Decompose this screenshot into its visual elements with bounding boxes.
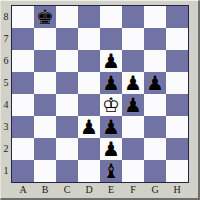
square-e1[interactable]: ♝ bbox=[100, 160, 122, 182]
file-label-e: E bbox=[100, 184, 122, 198]
file-label-b: B bbox=[34, 184, 56, 198]
file-label-h: H bbox=[166, 184, 188, 198]
black-pawn[interactable]: ♟ bbox=[122, 72, 144, 94]
black-pawn[interactable]: ♟ bbox=[100, 72, 122, 94]
square-a5[interactable] bbox=[12, 72, 34, 94]
square-h6[interactable] bbox=[166, 50, 188, 72]
square-c6[interactable] bbox=[56, 50, 78, 72]
square-h2[interactable] bbox=[166, 138, 188, 160]
black-bishop[interactable]: ♝ bbox=[100, 160, 122, 182]
square-c8[interactable] bbox=[56, 6, 78, 28]
square-f2[interactable] bbox=[122, 138, 144, 160]
square-e5[interactable]: ♟ bbox=[100, 72, 122, 94]
file-label-c: C bbox=[56, 184, 78, 198]
square-d2[interactable] bbox=[78, 138, 100, 160]
square-f1[interactable] bbox=[122, 160, 144, 182]
square-c1[interactable] bbox=[56, 160, 78, 182]
square-h8[interactable] bbox=[166, 6, 188, 28]
square-b8[interactable]: ♚ bbox=[34, 6, 56, 28]
square-g3[interactable] bbox=[144, 116, 166, 138]
square-c2[interactable] bbox=[56, 138, 78, 160]
square-b5[interactable] bbox=[34, 72, 56, 94]
square-b4[interactable] bbox=[34, 94, 56, 116]
square-e7[interactable] bbox=[100, 28, 122, 50]
rank-label-4: 4 bbox=[1, 94, 11, 116]
square-g2[interactable] bbox=[144, 138, 166, 160]
square-b1[interactable] bbox=[34, 160, 56, 182]
square-h7[interactable] bbox=[166, 28, 188, 50]
square-a4[interactable] bbox=[12, 94, 34, 116]
square-g4[interactable] bbox=[144, 94, 166, 116]
rank-labels: 87654321 bbox=[1, 6, 11, 182]
square-f8[interactable] bbox=[122, 6, 144, 28]
square-c3[interactable] bbox=[56, 116, 78, 138]
square-a7[interactable] bbox=[12, 28, 34, 50]
file-label-g: G bbox=[144, 184, 166, 198]
square-d6[interactable] bbox=[78, 50, 100, 72]
square-a1[interactable] bbox=[12, 160, 34, 182]
square-g1[interactable] bbox=[144, 160, 166, 182]
rank-label-7: 7 bbox=[1, 28, 11, 50]
black-pawn[interactable]: ♟ bbox=[100, 50, 122, 72]
black-pawn[interactable]: ♟ bbox=[78, 116, 100, 138]
square-h1[interactable] bbox=[166, 160, 188, 182]
square-e8[interactable] bbox=[100, 6, 122, 28]
square-b6[interactable] bbox=[34, 50, 56, 72]
square-e4[interactable]: ♔ bbox=[100, 94, 122, 116]
square-f7[interactable] bbox=[122, 28, 144, 50]
square-d4[interactable] bbox=[78, 94, 100, 116]
square-f6[interactable] bbox=[122, 50, 144, 72]
rank-label-5: 5 bbox=[1, 72, 11, 94]
square-h5[interactable] bbox=[166, 72, 188, 94]
square-d7[interactable] bbox=[78, 28, 100, 50]
square-a3[interactable] bbox=[12, 116, 34, 138]
rank-label-3: 3 bbox=[1, 116, 11, 138]
black-pawn[interactable]: ♟ bbox=[100, 138, 122, 160]
rank-label-6: 6 bbox=[1, 50, 11, 72]
rank-label-8: 8 bbox=[1, 6, 11, 28]
rank-label-2: 2 bbox=[1, 138, 11, 160]
square-c5[interactable] bbox=[56, 72, 78, 94]
square-g8[interactable] bbox=[144, 6, 166, 28]
file-label-d: D bbox=[78, 184, 100, 198]
square-d1[interactable] bbox=[78, 160, 100, 182]
square-a2[interactable] bbox=[12, 138, 34, 160]
square-a6[interactable] bbox=[12, 50, 34, 72]
square-b7[interactable] bbox=[34, 28, 56, 50]
square-e3[interactable]: ♟ bbox=[100, 116, 122, 138]
square-f4[interactable]: ♟ bbox=[122, 94, 144, 116]
square-h4[interactable] bbox=[166, 94, 188, 116]
square-b2[interactable] bbox=[34, 138, 56, 160]
black-pawn[interactable]: ♟ bbox=[144, 72, 166, 94]
white-king[interactable]: ♔ bbox=[100, 94, 122, 116]
square-g6[interactable] bbox=[144, 50, 166, 72]
square-g5[interactable]: ♟ bbox=[144, 72, 166, 94]
square-h3[interactable] bbox=[166, 116, 188, 138]
square-c7[interactable] bbox=[56, 28, 78, 50]
square-d3[interactable]: ♟ bbox=[78, 116, 100, 138]
square-g7[interactable] bbox=[144, 28, 166, 50]
black-pawn[interactable]: ♟ bbox=[100, 116, 122, 138]
square-c4[interactable] bbox=[56, 94, 78, 116]
square-e6[interactable]: ♟ bbox=[100, 50, 122, 72]
square-f5[interactable]: ♟ bbox=[122, 72, 144, 94]
file-label-f: F bbox=[122, 184, 144, 198]
square-a8[interactable] bbox=[12, 6, 34, 28]
file-labels: ABCDEFGH bbox=[12, 184, 188, 198]
square-e2[interactable]: ♟ bbox=[100, 138, 122, 160]
rank-label-1: 1 bbox=[1, 160, 11, 182]
black-king[interactable]: ♚ bbox=[34, 6, 56, 28]
black-pawn[interactable]: ♟ bbox=[122, 94, 144, 116]
chessboard: ♚♟♟♟♟♔♟♟♟♟♝ bbox=[11, 5, 189, 183]
square-d8[interactable] bbox=[78, 6, 100, 28]
square-b3[interactable] bbox=[34, 116, 56, 138]
file-label-a: A bbox=[12, 184, 34, 198]
board-frame: 87654321 ♚♟♟♟♟♔♟♟♟♟♝ ABCDEFGH bbox=[0, 0, 200, 200]
square-d5[interactable] bbox=[78, 72, 100, 94]
square-f3[interactable] bbox=[122, 116, 144, 138]
